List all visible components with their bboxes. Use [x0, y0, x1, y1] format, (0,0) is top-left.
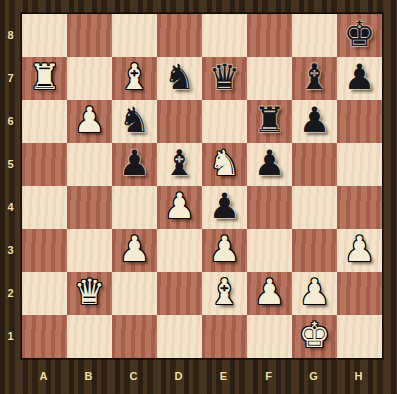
- square-h5[interactable]: [337, 143, 382, 186]
- rank-label-6: 6: [0, 99, 21, 142]
- piece-black-knight[interactable]: ♞: [119, 103, 150, 138]
- piece-white-bishop[interactable]: ♝: [209, 275, 240, 310]
- file-label-h: H: [336, 357, 381, 394]
- square-h7[interactable]: ♟: [337, 57, 382, 100]
- file-label-b: B: [66, 357, 111, 394]
- piece-white-pawn[interactable]: ♟: [119, 232, 150, 267]
- piece-white-king[interactable]: ♚: [299, 318, 330, 353]
- square-e2[interactable]: ♝: [202, 272, 247, 315]
- square-b3[interactable]: [67, 229, 112, 272]
- file-label-e: E: [201, 357, 246, 394]
- rank-label-8: 8: [0, 13, 21, 56]
- square-a5[interactable]: [22, 143, 67, 186]
- rank-label-7: 7: [0, 56, 21, 99]
- square-b8[interactable]: [67, 14, 112, 57]
- board: ♚♜♝♞♛♝♟♟♞♜♟♟♝♞♟♟♟♟♟♟♛♝♟♟♚: [21, 13, 383, 359]
- square-c6[interactable]: ♞: [112, 100, 157, 143]
- file-label-c: C: [111, 357, 156, 394]
- piece-white-queen[interactable]: ♛: [74, 275, 105, 310]
- board-frame: 87654321 ♚♜♝♞♛♝♟♟♞♜♟♟♝♞♟♟♟♟♟♟♛♝♟♟♚ ABCDE…: [0, 0, 397, 394]
- square-d3[interactable]: [157, 229, 202, 272]
- square-b6[interactable]: ♟: [67, 100, 112, 143]
- piece-black-pawn[interactable]: ♟: [299, 103, 330, 138]
- file-label-g: G: [291, 357, 336, 394]
- square-d2[interactable]: [157, 272, 202, 315]
- square-a7[interactable]: ♜: [22, 57, 67, 100]
- square-g1[interactable]: ♚: [292, 315, 337, 358]
- square-a1[interactable]: [22, 315, 67, 358]
- square-e6[interactable]: [202, 100, 247, 143]
- square-h8[interactable]: ♚: [337, 14, 382, 57]
- square-g7[interactable]: ♝: [292, 57, 337, 100]
- square-g6[interactable]: ♟: [292, 100, 337, 143]
- piece-black-pawn[interactable]: ♟: [119, 146, 150, 181]
- square-c1[interactable]: [112, 315, 157, 358]
- square-g2[interactable]: ♟: [292, 272, 337, 315]
- square-e5[interactable]: ♞: [202, 143, 247, 186]
- piece-white-pawn[interactable]: ♟: [344, 232, 375, 267]
- square-e4[interactable]: ♟: [202, 186, 247, 229]
- square-h3[interactable]: ♟: [337, 229, 382, 272]
- piece-black-bishop[interactable]: ♝: [299, 60, 330, 95]
- square-f5[interactable]: ♟: [247, 143, 292, 186]
- piece-black-king[interactable]: ♚: [344, 17, 375, 52]
- square-f2[interactable]: ♟: [247, 272, 292, 315]
- file-label-f: F: [246, 357, 291, 394]
- square-a8[interactable]: [22, 14, 67, 57]
- square-c5[interactable]: ♟: [112, 143, 157, 186]
- piece-white-bishop[interactable]: ♝: [119, 60, 150, 95]
- piece-black-knight[interactable]: ♞: [164, 60, 195, 95]
- square-a2[interactable]: [22, 272, 67, 315]
- piece-white-knight[interactable]: ♞: [209, 146, 240, 181]
- square-c3[interactable]: ♟: [112, 229, 157, 272]
- square-c7[interactable]: ♝: [112, 57, 157, 100]
- piece-white-pawn[interactable]: ♟: [254, 275, 285, 310]
- square-h2[interactable]: [337, 272, 382, 315]
- rank-label-2: 2: [0, 271, 21, 314]
- square-d4[interactable]: ♟: [157, 186, 202, 229]
- square-b5[interactable]: [67, 143, 112, 186]
- square-c8[interactable]: [112, 14, 157, 57]
- square-b2[interactable]: ♛: [67, 272, 112, 315]
- square-d5[interactable]: ♝: [157, 143, 202, 186]
- square-b7[interactable]: [67, 57, 112, 100]
- square-e7[interactable]: ♛: [202, 57, 247, 100]
- piece-black-pawn[interactable]: ♟: [254, 146, 285, 181]
- piece-white-rook[interactable]: ♜: [29, 60, 60, 95]
- square-d7[interactable]: ♞: [157, 57, 202, 100]
- square-f7[interactable]: [247, 57, 292, 100]
- square-e8[interactable]: [202, 14, 247, 57]
- piece-white-pawn[interactable]: ♟: [209, 232, 240, 267]
- square-g3[interactable]: [292, 229, 337, 272]
- square-a6[interactable]: [22, 100, 67, 143]
- square-d1[interactable]: [157, 315, 202, 358]
- square-c4[interactable]: [112, 186, 157, 229]
- square-a3[interactable]: [22, 229, 67, 272]
- square-e1[interactable]: [202, 315, 247, 358]
- rank-labels: 87654321: [0, 13, 21, 357]
- file-labels: ABCDEFGH: [21, 357, 381, 394]
- file-label-d: D: [156, 357, 201, 394]
- square-g8[interactable]: [292, 14, 337, 57]
- square-b1[interactable]: [67, 315, 112, 358]
- piece-black-pawn[interactable]: ♟: [344, 60, 375, 95]
- piece-black-queen[interactable]: ♛: [209, 60, 240, 95]
- square-f8[interactable]: [247, 14, 292, 57]
- piece-black-pawn[interactable]: ♟: [209, 189, 240, 224]
- square-f3[interactable]: [247, 229, 292, 272]
- square-f4[interactable]: [247, 186, 292, 229]
- rank-label-5: 5: [0, 142, 21, 185]
- square-f1[interactable]: [247, 315, 292, 358]
- square-h6[interactable]: [337, 100, 382, 143]
- file-label-a: A: [21, 357, 66, 394]
- square-b4[interactable]: [67, 186, 112, 229]
- rank-label-4: 4: [0, 185, 21, 228]
- square-d8[interactable]: [157, 14, 202, 57]
- rank-label-3: 3: [0, 228, 21, 271]
- piece-white-pawn[interactable]: ♟: [74, 103, 105, 138]
- square-a4[interactable]: [22, 186, 67, 229]
- square-g4[interactable]: [292, 186, 337, 229]
- piece-white-pawn[interactable]: ♟: [164, 189, 195, 224]
- piece-black-bishop[interactable]: ♝: [164, 146, 195, 181]
- square-f6[interactable]: ♜: [247, 100, 292, 143]
- square-h4[interactable]: [337, 186, 382, 229]
- rank-label-1: 1: [0, 314, 21, 357]
- square-d6[interactable]: [157, 100, 202, 143]
- square-g5[interactable]: [292, 143, 337, 186]
- piece-white-pawn[interactable]: ♟: [299, 275, 330, 310]
- square-e3[interactable]: ♟: [202, 229, 247, 272]
- square-h1[interactable]: [337, 315, 382, 358]
- square-c2[interactable]: [112, 272, 157, 315]
- piece-black-rook[interactable]: ♜: [254, 103, 285, 138]
